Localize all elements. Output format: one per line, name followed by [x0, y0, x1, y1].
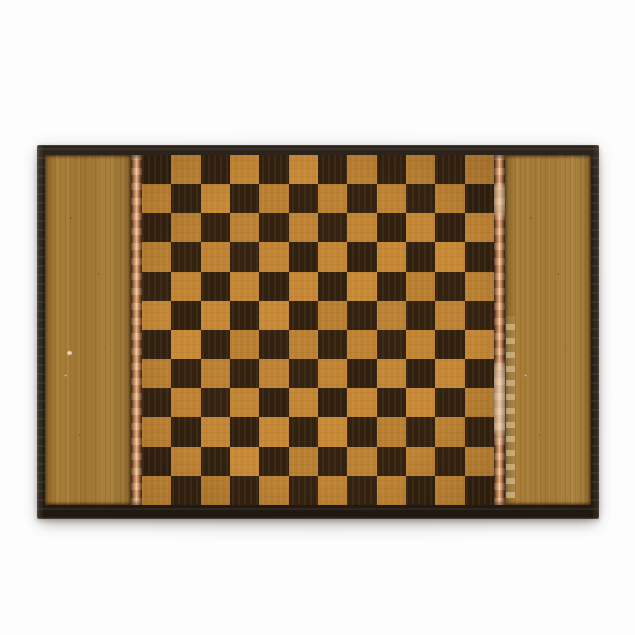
- board-square[interactable]: [289, 242, 318, 271]
- board-square[interactable]: [171, 242, 200, 271]
- board-square[interactable]: [435, 301, 464, 330]
- board-square[interactable]: [142, 330, 171, 359]
- board-square[interactable]: [406, 330, 435, 359]
- board-square[interactable]: [377, 330, 406, 359]
- board-square[interactable]: [259, 359, 288, 388]
- board-square[interactable]: [377, 155, 406, 184]
- board-square[interactable]: [465, 213, 494, 242]
- board-square[interactable]: [230, 330, 259, 359]
- board-square[interactable]: [377, 213, 406, 242]
- board-square[interactable]: [142, 447, 171, 476]
- board-square[interactable]: [435, 447, 464, 476]
- board-square[interactable]: [142, 388, 171, 417]
- board-square[interactable]: [406, 184, 435, 213]
- board-square[interactable]: [289, 447, 318, 476]
- board-square[interactable]: [318, 359, 347, 388]
- board-square[interactable]: [318, 242, 347, 271]
- board-square[interactable]: [435, 184, 464, 213]
- board-square[interactable]: [171, 388, 200, 417]
- board-square[interactable]: [465, 388, 494, 417]
- board-square[interactable]: [171, 447, 200, 476]
- board-square[interactable]: [435, 272, 464, 301]
- board-square[interactable]: [318, 388, 347, 417]
- board-square[interactable]: [230, 447, 259, 476]
- board-square[interactable]: [259, 388, 288, 417]
- product-photo: [0, 0, 635, 635]
- board-square[interactable]: [289, 476, 318, 505]
- board-square[interactable]: [289, 155, 318, 184]
- board-square[interactable]: [465, 301, 494, 330]
- board-square[interactable]: [435, 476, 464, 505]
- board-square[interactable]: [377, 301, 406, 330]
- board-square[interactable]: [318, 447, 347, 476]
- board-square[interactable]: [230, 388, 259, 417]
- board-square[interactable]: [435, 359, 464, 388]
- board-square[interactable]: [142, 476, 171, 505]
- wear-mark: [67, 351, 72, 355]
- board-square[interactable]: [465, 330, 494, 359]
- board-square[interactable]: [171, 213, 200, 242]
- board-square[interactable]: [406, 272, 435, 301]
- board-square[interactable]: [406, 242, 435, 271]
- board-square[interactable]: [465, 242, 494, 271]
- board-face: [45, 155, 591, 505]
- board-square[interactable]: [142, 417, 171, 446]
- board-square[interactable]: [347, 359, 376, 388]
- left-copper-strip: [131, 155, 142, 505]
- board-square[interactable]: [406, 155, 435, 184]
- board-square[interactable]: [318, 330, 347, 359]
- board-square[interactable]: [230, 417, 259, 446]
- board-square[interactable]: [171, 155, 200, 184]
- board-square[interactable]: [377, 417, 406, 446]
- board-square[interactable]: [347, 447, 376, 476]
- board-square[interactable]: [347, 417, 376, 446]
- game-board: [37, 145, 599, 519]
- board-square[interactable]: [171, 476, 200, 505]
- board-square[interactable]: [289, 330, 318, 359]
- board-square[interactable]: [406, 476, 435, 505]
- board-square[interactable]: [230, 301, 259, 330]
- board-square[interactable]: [142, 359, 171, 388]
- board-square[interactable]: [259, 155, 288, 184]
- board-square[interactable]: [142, 155, 171, 184]
- board-square[interactable]: [201, 447, 230, 476]
- board-square[interactable]: [259, 330, 288, 359]
- board-square[interactable]: [230, 213, 259, 242]
- right-wood-panel: [505, 155, 591, 505]
- left-wood-panel: [45, 155, 131, 505]
- checkerboard-grid: [142, 155, 494, 505]
- board-square[interactable]: [171, 301, 200, 330]
- board-square[interactable]: [406, 213, 435, 242]
- board-square[interactable]: [318, 213, 347, 242]
- board-square[interactable]: [259, 272, 288, 301]
- board-square[interactable]: [465, 417, 494, 446]
- board-square[interactable]: [201, 476, 230, 505]
- board-square[interactable]: [142, 301, 171, 330]
- board-square[interactable]: [259, 417, 288, 446]
- board-square[interactable]: [406, 417, 435, 446]
- board-square[interactable]: [259, 242, 288, 271]
- board-square[interactable]: [230, 155, 259, 184]
- board-square[interactable]: [435, 155, 464, 184]
- board-square[interactable]: [347, 388, 376, 417]
- board-square[interactable]: [289, 301, 318, 330]
- board-square[interactable]: [377, 184, 406, 213]
- board-square[interactable]: [377, 242, 406, 271]
- board-square[interactable]: [347, 213, 376, 242]
- board-square[interactable]: [230, 184, 259, 213]
- board-square[interactable]: [201, 184, 230, 213]
- board-square[interactable]: [201, 330, 230, 359]
- board-square[interactable]: [230, 242, 259, 271]
- board-square[interactable]: [289, 213, 318, 242]
- board-square[interactable]: [171, 272, 200, 301]
- board-square[interactable]: [465, 184, 494, 213]
- board-square[interactable]: [377, 476, 406, 505]
- board-square[interactable]: [465, 476, 494, 505]
- board-square[interactable]: [289, 388, 318, 417]
- board-square[interactable]: [289, 184, 318, 213]
- board-square[interactable]: [435, 417, 464, 446]
- board-square[interactable]: [289, 359, 318, 388]
- board-square[interactable]: [406, 301, 435, 330]
- board-square[interactable]: [259, 213, 288, 242]
- board-square[interactable]: [465, 155, 494, 184]
- board-square[interactable]: [465, 447, 494, 476]
- board-square[interactable]: [142, 272, 171, 301]
- wear-mark: [506, 316, 515, 498]
- board-square[interactable]: [230, 476, 259, 505]
- board-square[interactable]: [435, 213, 464, 242]
- board-square[interactable]: [465, 272, 494, 301]
- board-square[interactable]: [318, 184, 347, 213]
- board-square[interactable]: [406, 359, 435, 388]
- board-square[interactable]: [406, 447, 435, 476]
- board-square[interactable]: [377, 359, 406, 388]
- board-square[interactable]: [201, 417, 230, 446]
- board-square[interactable]: [435, 330, 464, 359]
- board-square[interactable]: [259, 476, 288, 505]
- board-square[interactable]: [435, 242, 464, 271]
- board-square[interactable]: [201, 272, 230, 301]
- board-square[interactable]: [230, 272, 259, 301]
- board-square[interactable]: [259, 184, 288, 213]
- board-square[interactable]: [201, 388, 230, 417]
- board-square[interactable]: [171, 330, 200, 359]
- board-square[interactable]: [201, 213, 230, 242]
- board-square[interactable]: [201, 359, 230, 388]
- board-square[interactable]: [465, 359, 494, 388]
- board-square[interactable]: [377, 388, 406, 417]
- board-square[interactable]: [347, 242, 376, 271]
- board-square[interactable]: [318, 301, 347, 330]
- board-square[interactable]: [201, 242, 230, 271]
- board-square[interactable]: [259, 447, 288, 476]
- board-square[interactable]: [142, 242, 171, 271]
- board-square[interactable]: [171, 359, 200, 388]
- board-square[interactable]: [289, 417, 318, 446]
- board-square[interactable]: [259, 301, 288, 330]
- board-square[interactable]: [347, 330, 376, 359]
- board-square[interactable]: [435, 388, 464, 417]
- board-square[interactable]: [230, 359, 259, 388]
- board-square[interactable]: [406, 388, 435, 417]
- board-square[interactable]: [347, 155, 376, 184]
- board-square[interactable]: [171, 417, 200, 446]
- board-square[interactable]: [318, 417, 347, 446]
- board-square[interactable]: [347, 272, 376, 301]
- board-square[interactable]: [377, 447, 406, 476]
- board-square[interactable]: [318, 272, 347, 301]
- board-square[interactable]: [377, 272, 406, 301]
- board-square[interactable]: [318, 476, 347, 505]
- board-square[interactable]: [201, 155, 230, 184]
- board-square[interactable]: [347, 184, 376, 213]
- board-square[interactable]: [347, 476, 376, 505]
- board-square[interactable]: [318, 155, 347, 184]
- right-copper-strip: [494, 155, 505, 505]
- board-square[interactable]: [347, 301, 376, 330]
- board-square[interactable]: [201, 301, 230, 330]
- board-square[interactable]: [171, 184, 200, 213]
- board-square[interactable]: [142, 184, 171, 213]
- board-square[interactable]: [289, 272, 318, 301]
- board-square[interactable]: [142, 213, 171, 242]
